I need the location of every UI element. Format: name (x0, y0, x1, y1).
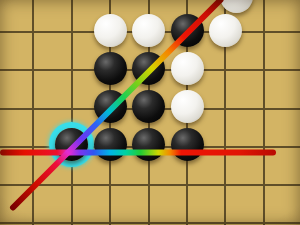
stone-layer (0, 0, 300, 225)
white-stone (209, 14, 242, 47)
black-stone (94, 128, 127, 161)
white-stone (220, 0, 253, 13)
board[interactable] (0, 0, 300, 225)
white-stone (94, 14, 127, 47)
white-stone (171, 90, 204, 123)
black-stone (171, 14, 204, 47)
black-stone (132, 90, 165, 123)
white-stone (132, 14, 165, 47)
black-stone (132, 52, 165, 85)
black-stone (94, 52, 127, 85)
black-stone (171, 128, 204, 161)
black-stone (94, 90, 127, 123)
white-stone (171, 52, 204, 85)
black-stone (132, 128, 165, 161)
